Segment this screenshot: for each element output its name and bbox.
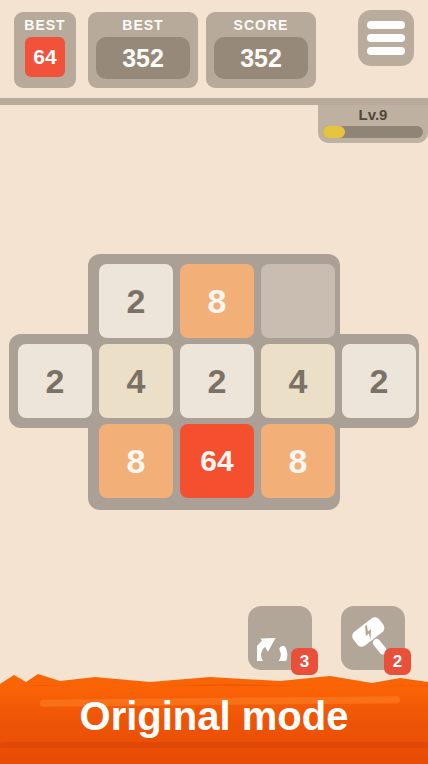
tile-8: 8 [180,264,254,338]
game-board[interactable]: 28242428648 [0,0,428,560]
undo-count-badge: 3 [291,648,318,675]
tile-2: 2 [342,344,416,418]
tile-64: 64 [180,424,254,498]
hammer-count-badge: 2 [384,648,411,675]
tile-8: 8 [99,424,173,498]
app-screen: BEST 64 BEST 352 SCORE 352 Lv.9 28242428… [0,0,428,764]
tile-2: 2 [18,344,92,418]
tile-2: 2 [99,264,173,338]
empty-cell [261,264,335,338]
hammer-button[interactable]: 2 [341,606,405,670]
mode-label: Original mode [0,694,428,739]
mode-banner: Original mode [0,672,428,764]
tile-4: 4 [261,344,335,418]
tile-8: 8 [261,424,335,498]
banner-shadow-streak [0,742,428,748]
undo-button[interactable]: 3 [248,606,312,670]
tile-4: 4 [99,344,173,418]
tile-2: 2 [180,344,254,418]
